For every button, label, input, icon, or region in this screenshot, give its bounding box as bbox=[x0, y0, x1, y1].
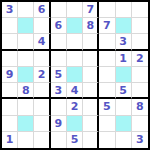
sudoku-cell-r9c4[interactable] bbox=[51, 132, 67, 148]
sudoku-cell-r8c4[interactable]: 9 bbox=[51, 116, 67, 132]
sudoku-cell-r3c1[interactable] bbox=[2, 34, 18, 50]
sudoku-cell-r9c9[interactable]: 3 bbox=[132, 132, 148, 148]
sudoku-cell-r4c9[interactable]: 2 bbox=[132, 51, 148, 67]
sudoku-cell-r4c5[interactable] bbox=[67, 51, 83, 67]
sudoku-cell-r5c3[interactable]: 2 bbox=[34, 67, 50, 83]
sudoku-cell-r5c7[interactable] bbox=[99, 67, 115, 83]
sudoku-cell-r6c9[interactable] bbox=[132, 83, 148, 99]
sudoku-cell-r9c3[interactable] bbox=[34, 132, 50, 148]
sudoku-cell-r7c1[interactable] bbox=[2, 99, 18, 115]
sudoku-cell-r8c9[interactable] bbox=[132, 116, 148, 132]
sudoku-cell-r6c3[interactable] bbox=[34, 83, 50, 99]
sudoku-cell-r1c1[interactable]: 3 bbox=[2, 2, 18, 18]
sudoku-cell-r9c6[interactable] bbox=[83, 132, 99, 148]
sudoku-cell-r1c7[interactable] bbox=[99, 2, 115, 18]
sudoku-cell-r9c1[interactable]: 1 bbox=[2, 132, 18, 148]
sudoku-cell-r4c7[interactable] bbox=[99, 51, 115, 67]
sudoku-cell-r1c4[interactable] bbox=[51, 2, 67, 18]
sudoku-cell-r8c7[interactable] bbox=[99, 116, 115, 132]
sudoku-cell-r7c5[interactable]: 2 bbox=[67, 99, 83, 115]
sudoku-board: 367687431292583452589153 bbox=[0, 0, 150, 150]
sudoku-cell-r8c6[interactable] bbox=[83, 116, 99, 132]
sudoku-cell-r1c8[interactable] bbox=[116, 2, 132, 18]
sudoku-cell-r8c3[interactable] bbox=[34, 116, 50, 132]
sudoku-cell-r2c8[interactable] bbox=[116, 18, 132, 34]
sudoku-cell-r5c1[interactable]: 9 bbox=[2, 67, 18, 83]
sudoku-cell-r5c5[interactable] bbox=[67, 67, 83, 83]
sudoku-cell-r5c9[interactable] bbox=[132, 67, 148, 83]
sudoku-cell-r2c3[interactable] bbox=[34, 18, 50, 34]
sudoku-cell-r9c2[interactable] bbox=[18, 132, 34, 148]
sudoku-cell-r2c9[interactable] bbox=[132, 18, 148, 34]
sudoku-cell-r3c8[interactable]: 3 bbox=[116, 34, 132, 50]
sudoku-cell-r2c2[interactable] bbox=[18, 18, 34, 34]
sudoku-cell-r1c3[interactable]: 6 bbox=[34, 2, 50, 18]
sudoku-cell-r6c6[interactable] bbox=[83, 83, 99, 99]
sudoku-cell-r2c4[interactable]: 6 bbox=[51, 18, 67, 34]
sudoku-cell-r8c5[interactable] bbox=[67, 116, 83, 132]
sudoku-cell-r8c8[interactable] bbox=[116, 116, 132, 132]
sudoku-cell-r2c7[interactable]: 7 bbox=[99, 18, 115, 34]
sudoku-cell-r2c1[interactable] bbox=[2, 18, 18, 34]
sudoku-cell-r2c6[interactable]: 8 bbox=[83, 18, 99, 34]
sudoku-cell-r6c2[interactable]: 8 bbox=[18, 83, 34, 99]
sudoku-cell-r4c6[interactable] bbox=[83, 51, 99, 67]
sudoku-cell-r7c8[interactable] bbox=[116, 99, 132, 115]
sudoku-cell-r3c3[interactable]: 4 bbox=[34, 34, 50, 50]
sudoku-cell-r1c2[interactable] bbox=[18, 2, 34, 18]
sudoku-cell-r8c1[interactable] bbox=[2, 116, 18, 132]
sudoku-cell-r7c7[interactable]: 5 bbox=[99, 99, 115, 115]
sudoku-cell-r6c5[interactable]: 4 bbox=[67, 83, 83, 99]
sudoku-cell-r4c8[interactable]: 1 bbox=[116, 51, 132, 67]
sudoku-cell-r6c1[interactable] bbox=[2, 83, 18, 99]
sudoku-cell-r3c7[interactable] bbox=[99, 34, 115, 50]
sudoku-cell-r8c2[interactable] bbox=[18, 116, 34, 132]
sudoku-cell-r7c2[interactable] bbox=[18, 99, 34, 115]
sudoku-cell-r9c5[interactable]: 5 bbox=[67, 132, 83, 148]
sudoku-cell-r5c6[interactable] bbox=[83, 67, 99, 83]
sudoku-cell-r7c3[interactable] bbox=[34, 99, 50, 115]
sudoku-cell-r6c4[interactable]: 3 bbox=[51, 83, 67, 99]
sudoku-cell-r7c9[interactable]: 8 bbox=[132, 99, 148, 115]
sudoku-cell-r3c9[interactable] bbox=[132, 34, 148, 50]
sudoku-cell-r1c6[interactable]: 7 bbox=[83, 2, 99, 18]
sudoku-cell-r5c8[interactable] bbox=[116, 67, 132, 83]
sudoku-cell-r4c4[interactable] bbox=[51, 51, 67, 67]
sudoku-cell-r2c5[interactable] bbox=[67, 18, 83, 34]
sudoku-cell-r6c7[interactable] bbox=[99, 83, 115, 99]
sudoku-cell-r7c6[interactable] bbox=[83, 99, 99, 115]
sudoku-cell-r4c2[interactable] bbox=[18, 51, 34, 67]
sudoku-cell-r3c2[interactable] bbox=[18, 34, 34, 50]
sudoku-cell-r5c4[interactable]: 5 bbox=[51, 67, 67, 83]
sudoku-cell-r7c4[interactable] bbox=[51, 99, 67, 115]
sudoku-cell-r4c3[interactable] bbox=[34, 51, 50, 67]
sudoku-cell-r3c5[interactable] bbox=[67, 34, 83, 50]
sudoku-cell-r9c8[interactable] bbox=[116, 132, 132, 148]
sudoku-cell-r1c5[interactable] bbox=[67, 2, 83, 18]
sudoku-cell-r9c7[interactable] bbox=[99, 132, 115, 148]
sudoku-cell-r1c9[interactable] bbox=[132, 2, 148, 18]
sudoku-cell-r4c1[interactable] bbox=[2, 51, 18, 67]
sudoku-cell-r5c2[interactable] bbox=[18, 67, 34, 83]
sudoku-cell-r3c4[interactable] bbox=[51, 34, 67, 50]
sudoku-cell-r6c8[interactable]: 5 bbox=[116, 83, 132, 99]
sudoku-cell-r3c6[interactable] bbox=[83, 34, 99, 50]
